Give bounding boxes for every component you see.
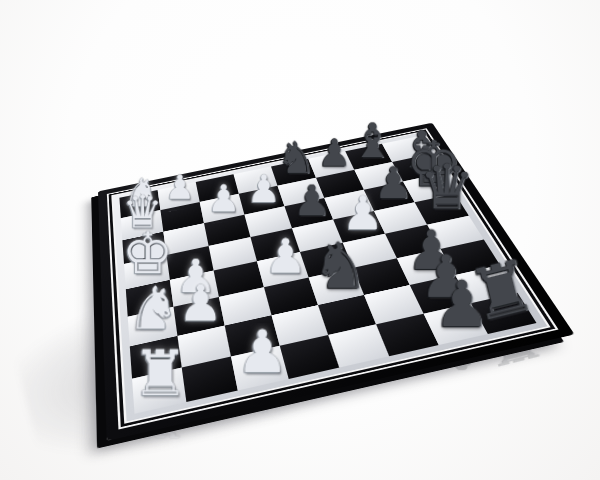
- piece-silver-pawn-h3: ♟: [236, 323, 289, 382]
- piece-gunmetal-knight-a5: ♞: [276, 136, 315, 180]
- piece-gunmetal-pawn-h7: ♟: [433, 273, 490, 337]
- piece-gunmetal-queen-d8: ♛: [419, 156, 475, 218]
- piece-silver-pawn-f2: ♟: [178, 278, 223, 328]
- piece-gunmetal-knight-f5: ♞: [312, 234, 369, 297]
- square-h7: ♟: [424, 303, 488, 345]
- piece-silver-knight-f1: ♞: [127, 279, 180, 338]
- piece-gunmetal-pawn-a6: ♟: [318, 135, 352, 172]
- piece-gunmetal-pawn-c5: ♟: [293, 180, 331, 222]
- piece-silver-pawn-a2: ♟: [165, 171, 195, 204]
- board-pinstripe-outer: ♞♟♞♟♝♛♟♟♝♟♟♚♚♟♛♟♟♞♟♞♟♟♜♟♟♜: [107, 128, 559, 429]
- piece-silver-pawn-b3: ♟: [207, 180, 240, 217]
- piece-silver-pawn-b4: ♟: [247, 170, 281, 208]
- square-h1: ♜: [132, 368, 186, 414]
- piece-silver-rook-h1: ♜: [132, 341, 189, 404]
- board-grid: ♞♟♞♟♝♛♟♟♝♟♟♚♚♟♛♟♟♞♟♞♟♟♜♟♟♜: [119, 136, 536, 414]
- piece-silver-pawn-e4: ♟: [264, 232, 307, 280]
- square-h3: ♟: [231, 346, 289, 391]
- chess-set-photo: ♞♟♞♟♝♛♟♟♝♟♟♚♚♟♛♟♟♞♟♞♟♟♜♟♟♜: [0, 0, 600, 480]
- board-pinstripe-inner: ♞♟♞♟♝♛♟♟♝♟♟♚♚♟♛♟♟♞♟♞♟♟♜♟♟♜: [111, 131, 550, 424]
